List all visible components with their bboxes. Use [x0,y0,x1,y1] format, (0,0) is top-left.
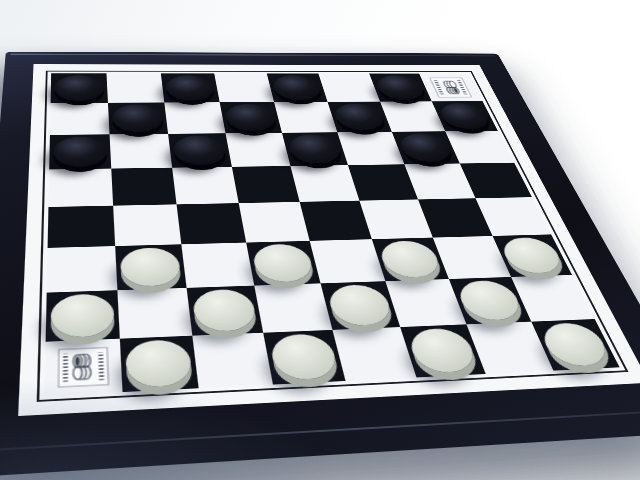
white-piece[interactable] [51,294,115,339]
square-r3c5[interactable] [282,132,348,166]
black-piece[interactable] [286,135,343,164]
square-r5c4 [239,202,310,243]
square-r6c3 [181,243,254,288]
square-r7c2 [117,288,192,339]
square-r5c2 [113,205,181,247]
square-r7c1[interactable] [46,290,120,342]
square-r4c4[interactable] [232,166,300,203]
white-piece[interactable] [406,328,480,374]
square-r1c4 [214,74,274,103]
black-piece[interactable] [396,134,455,163]
maker-stamp: ⛁⛃ [422,75,479,100]
black-piece[interactable] [172,136,228,166]
stamp-text-lines [98,352,104,380]
photo-scene: ⛁⛃⛁⛃ [0,0,640,480]
square-r2c4[interactable] [220,102,282,133]
board-frame: ⛁⛃⛁⛃ [0,52,640,477]
square-r8c4[interactable] [263,330,345,385]
square-r2c3 [164,102,225,134]
square-r4c2[interactable] [111,168,176,206]
square-r7c3[interactable] [187,286,264,336]
black-piece[interactable] [224,104,278,131]
square-r8c2[interactable] [120,336,199,392]
square-r6c4[interactable] [246,241,320,286]
square-r3c4 [226,133,291,167]
square-r5c3[interactable] [177,203,247,244]
black-piece[interactable] [436,103,494,129]
maker-stamp: ⛁⛃ [48,341,118,393]
square-r1c5[interactable] [267,74,328,103]
square-r3c2 [110,134,173,169]
white-piece[interactable] [498,237,567,274]
stamp-kings-icon: ⛁⛃ [439,80,463,94]
black-piece[interactable] [271,75,324,100]
stamp-text-lines [457,80,467,94]
white-piece[interactable] [537,322,614,367]
black-piece[interactable] [112,105,164,133]
stamp-text-lines [434,80,444,94]
stamp-kings-icon: ⛁⛃ [70,353,96,381]
white-piece[interactable] [268,333,340,381]
square-r6c2[interactable] [115,244,186,290]
white-piece[interactable] [120,247,182,287]
square-r1c2 [106,74,164,103]
black-piece[interactable] [54,75,104,101]
board-grid: ⛁⛃⛁⛃ [45,74,620,397]
white-piece[interactable] [251,244,316,283]
board-border-line: ⛁⛃⛁⛃ [37,71,629,402]
white-piece[interactable] [125,339,194,388]
square-r4c3 [172,167,239,205]
square-r5c1[interactable] [48,206,116,248]
white-piece[interactable] [377,240,444,278]
square-r8c3 [192,333,273,389]
square-r6c1 [47,246,118,293]
square-r2c1 [50,103,110,135]
square-r8c1: ⛁⛃ [45,339,123,396]
square-r7c4 [254,284,332,333]
stamp-text-lines [63,354,68,382]
square-r1c3[interactable] [161,74,220,103]
black-piece[interactable] [165,75,216,100]
square-r3c1[interactable] [49,135,111,170]
square-r1c1[interactable] [51,74,108,104]
square-r3c3[interactable] [168,133,232,167]
square-r2c5 [274,102,337,133]
white-piece[interactable] [191,289,258,333]
black-piece[interactable] [373,75,427,99]
checkers-board: ⛁⛃⛁⛃ [0,52,640,477]
black-piece[interactable] [332,104,388,131]
square-r4c1 [48,169,113,207]
square-r2c2[interactable] [108,103,168,135]
board-sheet: ⛁⛃⛁⛃ [18,64,640,416]
white-piece[interactable] [326,284,395,326]
black-piece[interactable] [53,137,107,168]
